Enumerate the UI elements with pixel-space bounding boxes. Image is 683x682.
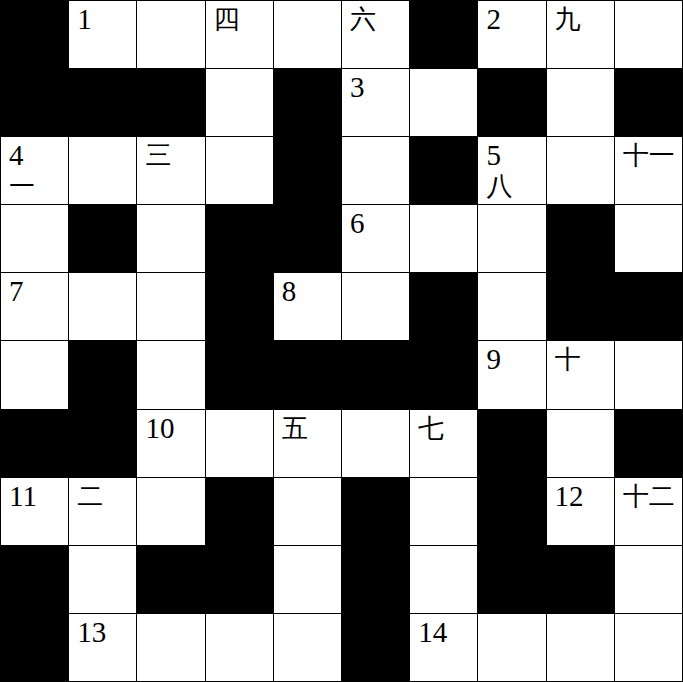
white-cell-r1c6[interactable] bbox=[410, 69, 477, 136]
black-cell-r5c1 bbox=[69, 341, 136, 408]
white-cell-r7c1[interactable]: 二 bbox=[69, 478, 136, 545]
white-cell-r3c6[interactable] bbox=[410, 205, 477, 272]
white-cell-r2c0[interactable]: 4一 bbox=[1, 137, 68, 204]
white-cell-r4c7[interactable] bbox=[478, 273, 545, 340]
white-cell-r0c2[interactable] bbox=[137, 1, 204, 68]
down-number: 十 bbox=[555, 344, 614, 375]
white-cell-r2c1[interactable] bbox=[69, 137, 136, 204]
white-cell-r0c3[interactable]: 四 bbox=[206, 1, 273, 68]
black-cell-r1c4 bbox=[274, 69, 341, 136]
white-cell-r8c4[interactable] bbox=[274, 546, 341, 613]
black-cell-r6c7 bbox=[478, 410, 545, 477]
down-number: 十二 bbox=[623, 481, 682, 512]
white-cell-r0c5[interactable]: 六 bbox=[342, 1, 409, 68]
white-cell-r8c9[interactable] bbox=[615, 546, 682, 613]
across-number: 3 bbox=[350, 72, 409, 103]
white-cell-r7c6[interactable] bbox=[410, 478, 477, 545]
black-cell-r7c3 bbox=[206, 478, 273, 545]
black-cell-r1c2 bbox=[137, 69, 204, 136]
black-cell-r2c4 bbox=[274, 137, 341, 204]
white-cell-r2c2[interactable]: 三 bbox=[137, 137, 204, 204]
black-cell-r9c0 bbox=[1, 614, 68, 681]
across-number: 2 bbox=[486, 4, 545, 35]
white-cell-r2c5[interactable] bbox=[342, 137, 409, 204]
white-cell-r4c2[interactable] bbox=[137, 273, 204, 340]
across-number: 12 bbox=[555, 481, 614, 512]
down-number: 六 bbox=[350, 4, 409, 35]
across-number: 11 bbox=[9, 481, 68, 512]
white-cell-r3c9[interactable] bbox=[615, 205, 682, 272]
black-cell-r3c3 bbox=[206, 205, 273, 272]
white-cell-r1c8[interactable] bbox=[547, 69, 614, 136]
across-number: 13 bbox=[77, 617, 136, 648]
white-cell-r2c8[interactable] bbox=[547, 137, 614, 204]
white-cell-r0c8[interactable]: 九 bbox=[547, 1, 614, 68]
down-number: 七 bbox=[418, 413, 477, 444]
black-cell-r4c8 bbox=[547, 273, 614, 340]
white-cell-r9c1[interactable]: 13 bbox=[69, 614, 136, 681]
white-cell-r3c7[interactable] bbox=[478, 205, 545, 272]
black-cell-r4c9 bbox=[615, 273, 682, 340]
black-cell-r7c5 bbox=[342, 478, 409, 545]
white-cell-r7c0[interactable]: 11 bbox=[1, 478, 68, 545]
white-cell-r2c9[interactable]: 十一 bbox=[615, 137, 682, 204]
black-cell-r6c9 bbox=[615, 410, 682, 477]
black-cell-r8c3 bbox=[206, 546, 273, 613]
white-cell-r2c7[interactable]: 5八 bbox=[478, 137, 545, 204]
white-cell-r9c7[interactable] bbox=[478, 614, 545, 681]
black-cell-r3c1 bbox=[69, 205, 136, 272]
black-cell-r9c5 bbox=[342, 614, 409, 681]
across-number: 14 bbox=[418, 617, 477, 648]
white-cell-r9c3[interactable] bbox=[206, 614, 273, 681]
down-number: 二 bbox=[77, 481, 136, 512]
white-cell-r5c2[interactable] bbox=[137, 341, 204, 408]
down-number: 八 bbox=[486, 171, 545, 202]
white-cell-r7c4[interactable] bbox=[274, 478, 341, 545]
white-cell-r3c2[interactable] bbox=[137, 205, 204, 272]
white-cell-r7c2[interactable] bbox=[137, 478, 204, 545]
white-cell-r9c4[interactable] bbox=[274, 614, 341, 681]
across-number: 8 bbox=[282, 276, 341, 307]
crossword-board: 1四六2九34一三5八十一6789十10五七11二12十二1314 bbox=[0, 0, 683, 682]
black-cell-r1c0 bbox=[1, 69, 68, 136]
black-cell-r8c7 bbox=[478, 546, 545, 613]
white-cell-r2c3[interactable] bbox=[206, 137, 273, 204]
down-number: 三 bbox=[145, 140, 204, 171]
white-cell-r1c5[interactable]: 3 bbox=[342, 69, 409, 136]
black-cell-r5c5 bbox=[342, 341, 409, 408]
down-number: 四 bbox=[214, 4, 273, 35]
black-cell-r7c7 bbox=[478, 478, 545, 545]
black-cell-r4c6 bbox=[410, 273, 477, 340]
across-number: 6 bbox=[350, 208, 409, 239]
white-cell-r5c8[interactable]: 十 bbox=[547, 341, 614, 408]
white-cell-r5c0[interactable] bbox=[1, 341, 68, 408]
white-cell-r6c5[interactable] bbox=[342, 410, 409, 477]
white-cell-r6c8[interactable] bbox=[547, 410, 614, 477]
across-number: 5 bbox=[486, 140, 545, 171]
white-cell-r4c0[interactable]: 7 bbox=[1, 273, 68, 340]
white-cell-r9c9[interactable] bbox=[615, 614, 682, 681]
black-cell-r0c6 bbox=[410, 1, 477, 68]
white-cell-r7c9[interactable]: 十二 bbox=[615, 478, 682, 545]
black-cell-r8c0 bbox=[1, 546, 68, 613]
across-number: 4 bbox=[9, 140, 68, 171]
white-cell-r6c6[interactable]: 七 bbox=[410, 410, 477, 477]
black-cell-r1c7 bbox=[478, 69, 545, 136]
white-cell-r0c7[interactable]: 2 bbox=[478, 1, 545, 68]
white-cell-r9c6[interactable]: 14 bbox=[410, 614, 477, 681]
white-cell-r9c2[interactable] bbox=[137, 614, 204, 681]
black-cell-r3c4 bbox=[274, 205, 341, 272]
black-cell-r6c1 bbox=[69, 410, 136, 477]
white-cell-r5c7[interactable]: 9 bbox=[478, 341, 545, 408]
black-cell-r2c6 bbox=[410, 137, 477, 204]
white-cell-r8c1[interactable] bbox=[69, 546, 136, 613]
down-number: 九 bbox=[555, 4, 614, 35]
black-cell-r1c1 bbox=[69, 69, 136, 136]
black-cell-r3c8 bbox=[547, 205, 614, 272]
white-cell-r0c9[interactable] bbox=[615, 1, 682, 68]
white-cell-r0c4[interactable] bbox=[274, 1, 341, 68]
across-number: 1 bbox=[77, 4, 136, 35]
black-cell-r5c6 bbox=[410, 341, 477, 408]
white-cell-r4c5[interactable] bbox=[342, 273, 409, 340]
black-cell-r5c3 bbox=[206, 341, 273, 408]
black-cell-r4c3 bbox=[206, 273, 273, 340]
white-cell-r6c4[interactable]: 五 bbox=[274, 410, 341, 477]
black-cell-r6c0 bbox=[1, 410, 68, 477]
white-cell-r6c3[interactable] bbox=[206, 410, 273, 477]
black-cell-r8c5 bbox=[342, 546, 409, 613]
down-number: 十一 bbox=[623, 140, 682, 171]
down-number: 一 bbox=[9, 171, 68, 202]
white-cell-r8c6[interactable] bbox=[410, 546, 477, 613]
white-cell-r3c0[interactable] bbox=[1, 205, 68, 272]
white-cell-r3c5[interactable]: 6 bbox=[342, 205, 409, 272]
black-cell-r8c8 bbox=[547, 546, 614, 613]
white-cell-r9c8[interactable] bbox=[547, 614, 614, 681]
across-number: 10 bbox=[145, 413, 204, 444]
black-cell-r8c2 bbox=[137, 546, 204, 613]
white-cell-r4c1[interactable] bbox=[69, 273, 136, 340]
white-cell-r0c1[interactable]: 1 bbox=[69, 1, 136, 68]
white-cell-r7c8[interactable]: 12 bbox=[547, 478, 614, 545]
black-cell-r5c4 bbox=[274, 341, 341, 408]
down-number: 五 bbox=[282, 413, 341, 444]
white-cell-r1c3[interactable] bbox=[206, 69, 273, 136]
black-cell-r1c9 bbox=[615, 69, 682, 136]
white-cell-r4c4[interactable]: 8 bbox=[274, 273, 341, 340]
across-number: 7 bbox=[9, 276, 68, 307]
black-cell-r0c0 bbox=[1, 1, 68, 68]
across-number: 9 bbox=[486, 344, 545, 375]
white-cell-r6c2[interactable]: 10 bbox=[137, 410, 204, 477]
white-cell-r5c9[interactable] bbox=[615, 341, 682, 408]
